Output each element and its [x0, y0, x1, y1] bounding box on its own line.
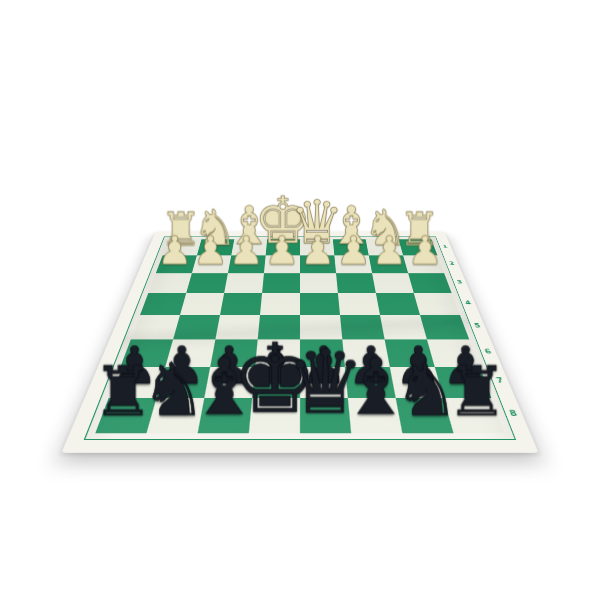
square-f1 [231, 239, 267, 255]
square-e4 [260, 293, 300, 315]
square-b1 [366, 239, 403, 255]
square-a1 [398, 239, 437, 255]
square-b5 [380, 315, 427, 339]
square-c3 [336, 273, 376, 293]
square-f7 [204, 367, 255, 398]
square-g6 [165, 339, 215, 366]
square-h3 [148, 273, 192, 293]
rank-label-7: 7 [492, 378, 508, 384]
board [95, 239, 504, 433]
square-h5 [131, 315, 180, 339]
square-a6 [427, 339, 480, 366]
square-d7 [300, 367, 348, 398]
square-g3 [186, 273, 228, 293]
square-g7 [156, 367, 210, 398]
chess-mat: 12345678 ♜♞♝♚♛♝♞♜♟♟♟♟♟♟♟♟♟♟♟♟♟♟♟♟♜♞♝♚♛♝♞… [61, 232, 538, 453]
square-e5 [258, 315, 300, 339]
square-c5 [340, 315, 385, 339]
square-c2 [334, 255, 372, 273]
square-a2 [403, 255, 444, 273]
square-a5 [420, 315, 469, 339]
square-d4 [300, 293, 340, 315]
square-f8 [198, 398, 253, 433]
square-b4 [376, 293, 420, 315]
square-b3 [372, 273, 414, 293]
rank-label-5: 5 [470, 324, 484, 329]
square-d5 [300, 315, 342, 339]
square-c1 [333, 239, 369, 255]
square-d1 [300, 239, 334, 255]
square-d3 [300, 273, 338, 293]
square-e8 [249, 398, 300, 433]
square-g2 [192, 255, 231, 273]
square-e6 [255, 339, 300, 366]
rank-label-2: 2 [446, 262, 458, 266]
square-a8 [444, 398, 505, 433]
square-a7 [435, 367, 492, 398]
square-h1 [163, 239, 202, 255]
square-e7 [252, 367, 300, 398]
square-c4 [338, 293, 380, 315]
square-f6 [210, 339, 257, 366]
square-g5 [173, 315, 220, 339]
square-d2 [300, 255, 336, 273]
square-g1 [197, 239, 234, 255]
rank-label-3: 3 [453, 281, 466, 285]
square-c6 [342, 339, 389, 366]
square-b2 [369, 255, 408, 273]
square-c8 [348, 398, 403, 433]
square-c7 [345, 367, 396, 398]
square-f5 [215, 315, 260, 339]
square-f4 [220, 293, 262, 315]
chess-set-photo: 12345678 ♜♞♝♚♛♝♞♜♟♟♟♟♟♟♟♟♟♟♟♟♟♟♟♟♜♞♝♚♛♝♞… [0, 0, 600, 600]
square-h4 [140, 293, 186, 315]
square-e2 [264, 255, 300, 273]
rank-label-6: 6 [481, 349, 496, 354]
square-a4 [414, 293, 460, 315]
square-h6 [120, 339, 173, 366]
rank-label-1: 1 [439, 245, 450, 248]
square-g8 [146, 398, 204, 433]
square-a3 [408, 273, 452, 293]
square-e3 [262, 273, 300, 293]
square-f3 [224, 273, 264, 293]
rank-label-8: 8 [505, 411, 523, 418]
rank-label-4: 4 [461, 301, 474, 305]
square-f2 [228, 255, 266, 273]
square-d8 [300, 398, 351, 433]
square-g4 [180, 293, 224, 315]
square-d6 [300, 339, 345, 366]
square-e1 [266, 239, 300, 255]
square-h2 [156, 255, 197, 273]
